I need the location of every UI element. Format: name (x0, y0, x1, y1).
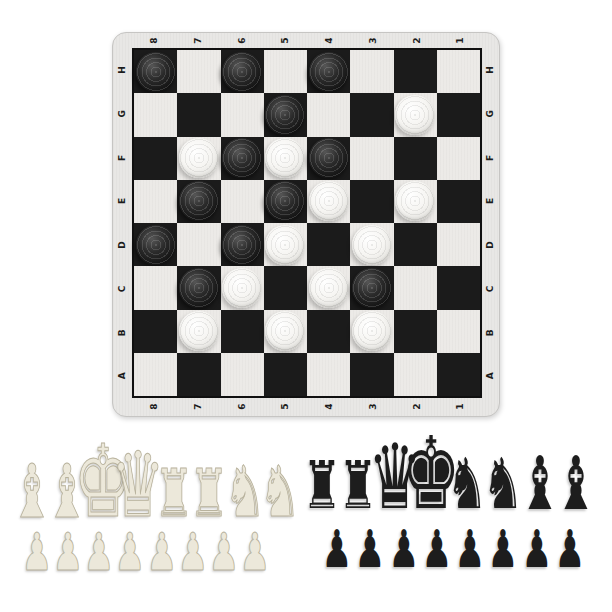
square-a3[interactable] (350, 353, 393, 396)
square-h7[interactable] (177, 50, 220, 93)
square-h3[interactable] (350, 50, 393, 93)
square-g6[interactable] (221, 93, 264, 136)
square-c6[interactable] (221, 266, 264, 309)
square-g8[interactable] (134, 93, 177, 136)
square-a1[interactable] (437, 353, 480, 396)
white-pawn[interactable]: ♟ (146, 526, 177, 578)
black-checker-c3[interactable] (352, 268, 392, 308)
black-checker-c7[interactable] (179, 268, 219, 308)
white-checker-e4[interactable] (309, 181, 349, 221)
coords-top: 87654321 (132, 33, 482, 48)
white-checker-b3[interactable] (352, 311, 392, 351)
black-checker-g5[interactable] (265, 95, 305, 135)
square-b6[interactable] (221, 310, 264, 353)
square-c2[interactable] (394, 266, 437, 309)
white-pawn[interactable]: ♟ (208, 526, 239, 578)
square-d3[interactable] (350, 223, 393, 266)
square-e5[interactable] (264, 180, 307, 223)
coords-left: HGFEDCBA (114, 48, 130, 398)
square-g5[interactable] (264, 93, 307, 136)
square-f6[interactable] (221, 137, 264, 180)
square-f1[interactable] (437, 137, 480, 180)
square-h8[interactable] (134, 50, 177, 93)
square-d4[interactable] (307, 223, 350, 266)
board-grid (132, 48, 482, 398)
white-pawns-row: ♟♟♟♟♟♟♟♟ (37, 500, 255, 570)
coords-right: HGFEDCBA (482, 48, 498, 398)
square-g7[interactable] (177, 93, 220, 136)
black-rook[interactable]: ♜ (302, 453, 341, 519)
white-checker-c6[interactable] (222, 268, 262, 308)
square-f5[interactable] (264, 137, 307, 180)
square-b4[interactable] (307, 310, 350, 353)
black-pawn[interactable]: ♟ (521, 523, 552, 575)
white-checker-d5[interactable] (265, 225, 305, 265)
square-h6[interactable] (221, 50, 264, 93)
white-checker-b5[interactable] (265, 311, 305, 351)
square-d5[interactable] (264, 223, 307, 266)
square-d7[interactable] (177, 223, 220, 266)
white-pawn[interactable]: ♟ (240, 526, 271, 578)
square-e8[interactable] (134, 180, 177, 223)
white-checker-g2[interactable] (395, 95, 435, 135)
square-c3[interactable] (350, 266, 393, 309)
square-a8[interactable] (134, 353, 177, 396)
square-a7[interactable] (177, 353, 220, 396)
black-pieces-back-row: ♜♜♛♚♞♞♝♝ (322, 410, 576, 508)
chess-mat: 87654321 87654321 HGFEDCBA HGFEDCBA (112, 32, 500, 417)
white-checker-f5[interactable] (265, 138, 305, 178)
square-b5[interactable] (264, 310, 307, 353)
black-checker-h8[interactable] (136, 52, 176, 92)
square-b1[interactable] (437, 310, 480, 353)
white-knight[interactable]: ♞ (259, 457, 300, 527)
square-h2[interactable] (394, 50, 437, 93)
square-f4[interactable] (307, 137, 350, 180)
square-g2[interactable] (394, 93, 437, 136)
black-checker-d6[interactable] (222, 225, 262, 265)
white-pawn[interactable]: ♟ (115, 526, 146, 578)
square-c7[interactable] (177, 266, 220, 309)
square-g1[interactable] (437, 93, 480, 136)
black-pawn[interactable]: ♟ (455, 523, 486, 575)
square-e3[interactable] (350, 180, 393, 223)
square-e6[interactable] (221, 180, 264, 223)
square-c1[interactable] (437, 266, 480, 309)
square-b7[interactable] (177, 310, 220, 353)
white-checker-b7[interactable] (179, 311, 219, 351)
square-c5[interactable] (264, 266, 307, 309)
white-checker-e2[interactable] (395, 181, 435, 221)
square-d8[interactable] (134, 223, 177, 266)
white-pawn[interactable]: ♟ (22, 526, 53, 578)
black-pawn[interactable]: ♟ (322, 523, 353, 575)
square-g4[interactable] (307, 93, 350, 136)
white-pawn[interactable]: ♟ (84, 526, 115, 578)
square-e2[interactable] (394, 180, 437, 223)
black-pawn[interactable]: ♟ (555, 523, 586, 575)
black-checker-h6[interactable] (222, 52, 262, 92)
square-b3[interactable] (350, 310, 393, 353)
black-pawn[interactable]: ♟ (421, 523, 452, 575)
square-h5[interactable] (264, 50, 307, 93)
square-a6[interactable] (221, 353, 264, 396)
square-f8[interactable] (134, 137, 177, 180)
square-d1[interactable] (437, 223, 480, 266)
black-pawn[interactable]: ♟ (388, 523, 419, 575)
white-checker-d3[interactable] (352, 225, 392, 265)
black-pawn[interactable]: ♟ (488, 523, 519, 575)
white-checker-f7[interactable] (179, 138, 219, 178)
square-f3[interactable] (350, 137, 393, 180)
square-e4[interactable] (307, 180, 350, 223)
white-pawn[interactable]: ♟ (177, 526, 208, 578)
square-e1[interactable] (437, 180, 480, 223)
square-b8[interactable] (134, 310, 177, 353)
square-h4[interactable] (307, 50, 350, 93)
square-e7[interactable] (177, 180, 220, 223)
square-h1[interactable] (437, 50, 480, 93)
square-f2[interactable] (394, 137, 437, 180)
square-g3[interactable] (350, 93, 393, 136)
black-checker-e5[interactable] (265, 181, 305, 221)
square-a4[interactable] (307, 353, 350, 396)
square-a5[interactable] (264, 353, 307, 396)
square-f7[interactable] (177, 137, 220, 180)
white-pawn[interactable]: ♟ (53, 526, 84, 578)
square-c8[interactable] (134, 266, 177, 309)
white-checker-c4[interactable] (309, 268, 349, 308)
square-c4[interactable] (307, 266, 350, 309)
square-d2[interactable] (394, 223, 437, 266)
black-checker-d8[interactable] (136, 225, 176, 265)
black-checker-e7[interactable] (179, 181, 219, 221)
square-b2[interactable] (394, 310, 437, 353)
square-d6[interactable] (221, 223, 264, 266)
black-checker-f4[interactable] (309, 138, 349, 178)
black-checker-h4[interactable] (309, 52, 349, 92)
black-pawn[interactable]: ♟ (355, 523, 386, 575)
black-checker-f6[interactable] (222, 138, 262, 178)
square-a2[interactable] (394, 353, 437, 396)
black-pawns-row: ♟♟♟♟♟♟♟♟ (337, 497, 570, 567)
